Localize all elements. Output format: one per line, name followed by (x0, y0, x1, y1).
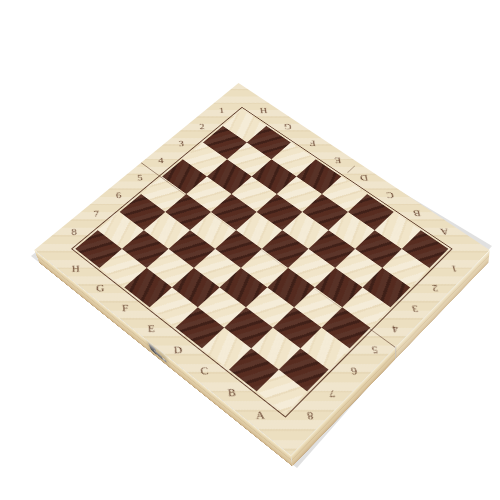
square-b4 (315, 268, 363, 307)
square-e6 (194, 249, 241, 288)
file-label-g: G (96, 284, 105, 293)
rank-label-7: 7 (94, 209, 100, 218)
file-label-h: H (259, 107, 267, 115)
file-label-a: A (255, 410, 265, 421)
square-d8 (176, 307, 225, 348)
file-labels-near-edge: HGFEDCBA (55, 252, 284, 436)
square-c8 (202, 328, 251, 370)
file-label-h: H (71, 264, 79, 273)
rank-label-1: 1 (218, 107, 224, 115)
file-label-d: D (173, 345, 182, 355)
file-label-f: F (122, 304, 129, 313)
rank-label-3: 3 (178, 139, 184, 147)
square-d6 (220, 268, 268, 307)
square-e7 (172, 268, 220, 307)
chessboard: HGFEDCBA HGFEDCBA 12345678 12345678 (34, 83, 489, 455)
rank-label-2: 2 (199, 123, 205, 131)
square-c7 (224, 307, 273, 348)
rank-label-6: 6 (115, 191, 121, 199)
square-g8 (100, 249, 147, 288)
square-a4 (342, 287, 390, 327)
rank-label-8: 8 (71, 227, 77, 236)
rank-label-3: 3 (411, 304, 419, 313)
square-b3 (335, 249, 382, 288)
square-a2 (382, 249, 429, 288)
file-label-b: B (413, 209, 422, 218)
file-label-c: C (386, 191, 395, 199)
fold-seam-gap (395, 346, 396, 359)
square-c6 (246, 287, 294, 327)
file-label-e: E (334, 156, 342, 164)
square-a3 (363, 268, 411, 307)
rank-label-7: 7 (328, 388, 336, 398)
rank-label-4: 4 (391, 324, 399, 334)
board-top-face: HGFEDCBA HGFEDCBA 12345678 12345678 (34, 83, 489, 455)
square-a5 (322, 307, 371, 348)
rank-label-4: 4 (158, 156, 164, 164)
square-a8 (257, 370, 307, 414)
square-f8 (124, 268, 172, 307)
square-b5 (294, 287, 342, 327)
square-f7 (147, 249, 194, 288)
file-label-a: A (440, 227, 450, 236)
square-a7 (279, 348, 329, 391)
square-d7 (198, 287, 246, 327)
file-label-c: C (200, 366, 209, 376)
square-b8 (229, 348, 279, 391)
product-photo-background: HGFEDCBA HGFEDCBA 12345678 12345678 (0, 0, 500, 500)
square-c5 (267, 268, 315, 307)
rank-labels-right-edge: 12345678 (288, 252, 474, 436)
rank-label-6: 6 (350, 366, 358, 376)
playing-field (75, 110, 448, 414)
square-e8 (150, 287, 198, 327)
square-b6 (273, 307, 322, 348)
rank-label-1: 1 (450, 264, 458, 273)
file-label-f: F (309, 139, 316, 147)
rank-label-5: 5 (137, 174, 143, 182)
square-c4 (288, 249, 335, 288)
rank-label-5: 5 (371, 345, 379, 355)
square-d5 (241, 249, 288, 288)
file-label-b: B (228, 388, 237, 398)
file-label-e: E (147, 324, 155, 334)
square-a6 (300, 328, 349, 370)
file-label-g: G (283, 123, 292, 131)
square-b7 (251, 328, 300, 370)
rank-label-8: 8 (306, 410, 314, 421)
rank-label-2: 2 (431, 284, 439, 293)
field-border-line (71, 107, 453, 418)
file-label-d: D (359, 174, 368, 182)
